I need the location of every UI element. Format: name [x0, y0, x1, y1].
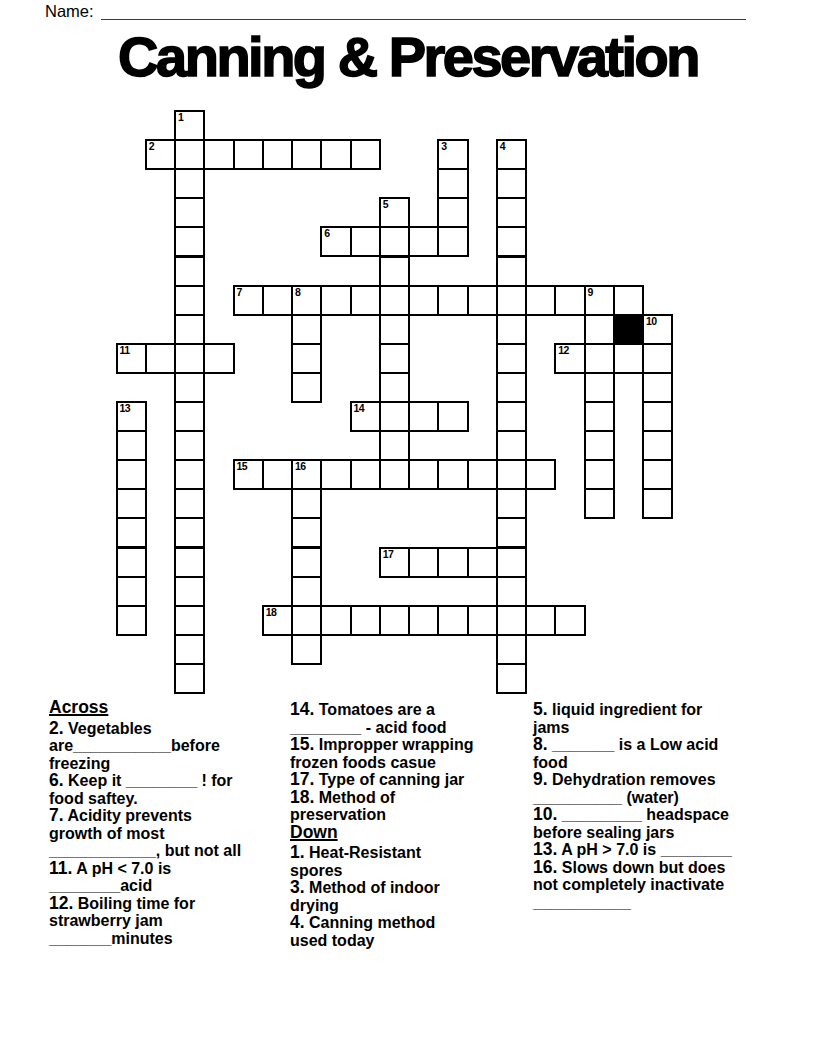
clue-number-label: 9.: [533, 769, 548, 789]
clue-down-3: 3. Method of indoordrying: [290, 879, 532, 914]
clue-number-label: 11.: [49, 858, 72, 878]
grid-cell[interactable]: [437, 605, 468, 636]
grid-cell[interactable]: [174, 197, 205, 228]
grid-cell[interactable]: [174, 459, 205, 490]
cell-number: 12: [558, 345, 569, 356]
clue-down-13: 13. A pH > 7.0 is ________: [533, 841, 775, 859]
grid-cell[interactable]: [379, 226, 410, 257]
grid-cell[interactable]: [496, 226, 527, 257]
grid-cell[interactable]: 6: [320, 226, 351, 257]
cell-number: 16: [295, 461, 306, 472]
grid-cell[interactable]: [320, 285, 351, 316]
grid-cell[interactable]: 7: [233, 285, 264, 316]
grid-cell[interactable]: [496, 401, 527, 432]
grid-cell[interactable]: [174, 285, 205, 316]
grid-cell[interactable]: 9: [584, 285, 615, 316]
grid-cell[interactable]: [642, 488, 673, 519]
grid-cell[interactable]: [174, 372, 205, 403]
grid-cell[interactable]: [174, 430, 205, 461]
grid-cell[interactable]: 3: [437, 139, 468, 170]
grid-cell[interactable]: [496, 168, 527, 199]
clue-across-18: 18. Method ofpreservation: [290, 789, 532, 824]
grid-cell[interactable]: [174, 226, 205, 257]
grid-cell[interactable]: [408, 226, 439, 257]
grid-cell[interactable]: [291, 605, 322, 636]
clue-down-9: 9. Dehydration removes__________ (water): [533, 771, 775, 806]
grid-cell[interactable]: [496, 343, 527, 374]
grid-cell[interactable]: [584, 430, 615, 461]
clue-across-6: 6. Keep it ________ ! forfood saftey.: [49, 772, 291, 807]
grid-cell[interactable]: 1: [174, 110, 205, 141]
grid-cell[interactable]: [496, 634, 527, 665]
grid-cell[interactable]: [437, 197, 468, 228]
clue-number-label: 5.: [533, 699, 548, 719]
grid-cell[interactable]: [584, 459, 615, 490]
grid-cell[interactable]: [233, 139, 264, 170]
grid-cell[interactable]: [291, 517, 322, 548]
name-label: Name:: [45, 2, 94, 20]
grid-cell[interactable]: [320, 139, 351, 170]
clue-number-label: 14.: [290, 699, 314, 719]
grid-cell[interactable]: [174, 314, 205, 345]
grid-cell[interactable]: [408, 547, 439, 578]
clue-down-1: 1. Heat-Resistantspores: [290, 844, 532, 879]
grid-cell[interactable]: 17: [379, 547, 410, 578]
grid-cell[interactable]: [262, 139, 293, 170]
grid-cell[interactable]: [203, 343, 234, 374]
grid-cell[interactable]: [437, 168, 468, 199]
grid-cell[interactable]: [613, 343, 644, 374]
grid-cell[interactable]: [174, 343, 205, 374]
grid-cell[interactable]: [408, 605, 439, 636]
clue-across-7: 7. Acidity preventsgrowth of most_______…: [49, 807, 291, 860]
grid-cell[interactable]: [584, 343, 615, 374]
grid-cell[interactable]: [554, 285, 585, 316]
grid-cell[interactable]: [584, 372, 615, 403]
grid-cell[interactable]: [116, 576, 147, 607]
grid-cell[interactable]: [262, 285, 293, 316]
grid-cell[interactable]: [320, 459, 351, 490]
grid-cell[interactable]: [584, 401, 615, 432]
grid-cell[interactable]: [174, 547, 205, 578]
cell-number: 5: [383, 199, 388, 210]
grid-cell[interactable]: [496, 314, 527, 345]
grid-cell[interactable]: 2: [145, 139, 176, 170]
grid-cell[interactable]: [496, 256, 527, 287]
cell-number: 17: [383, 549, 394, 560]
grid-cell[interactable]: [174, 139, 205, 170]
clue-number-label: 15.: [290, 734, 314, 754]
grid-cell[interactable]: [642, 430, 673, 461]
grid-cell[interactable]: 15: [233, 459, 264, 490]
grid-cell[interactable]: [350, 139, 381, 170]
grid-cell[interactable]: 5: [379, 197, 410, 228]
grid-cell[interactable]: 10: [642, 314, 673, 345]
grid-cell[interactable]: [203, 139, 234, 170]
grid-cell[interactable]: [408, 459, 439, 490]
clue-number-label: 2.: [49, 718, 64, 738]
cell-number: 6: [324, 228, 329, 239]
cell-number: 7: [237, 287, 242, 298]
grid-cell[interactable]: [379, 459, 410, 490]
grid-cell[interactable]: [379, 430, 410, 461]
grid-cell[interactable]: [467, 459, 498, 490]
cell-number: 11: [120, 345, 130, 356]
grid-cell[interactable]: [496, 488, 527, 519]
grid-cell[interactable]: 11: [116, 343, 147, 374]
grid-cell[interactable]: [350, 226, 381, 257]
clues-column-2: 14. Tomatoes are a________ - acid food15…: [290, 701, 532, 949]
cell-number: 4: [500, 141, 505, 152]
grid-cell[interactable]: [437, 226, 468, 257]
grid-cell[interactable]: [525, 459, 556, 490]
grid-cell[interactable]: [496, 605, 527, 636]
grid-cell[interactable]: [379, 285, 410, 316]
cell-number: 2: [149, 141, 154, 152]
grid-cell[interactable]: [116, 547, 147, 578]
grid-cell[interactable]: [145, 343, 176, 374]
grid-cell[interactable]: [350, 285, 381, 316]
cell-number: 14: [354, 403, 365, 414]
grid-cell[interactable]: [174, 168, 205, 199]
grid-cell[interactable]: [262, 459, 293, 490]
clue-down-8: 8. _______ is a Low acidfood: [533, 736, 775, 771]
grid-cell[interactable]: [379, 256, 410, 287]
grid-cell[interactable]: [174, 663, 205, 694]
clue-number-label: 7.: [49, 805, 64, 825]
clue-across-11: 11. A pH < 7.0 is________acid: [49, 860, 291, 895]
grid-cell[interactable]: 12: [554, 343, 585, 374]
grid-cell[interactable]: 18: [262, 605, 293, 636]
cell-number: 10: [646, 316, 657, 327]
grid-cell[interactable]: [291, 139, 322, 170]
grid-cell[interactable]: [379, 343, 410, 374]
clue-number-label: 10.: [533, 804, 557, 824]
grid-cell[interactable]: 14: [350, 401, 381, 432]
grid-cell[interactable]: [379, 605, 410, 636]
grid-cell[interactable]: [291, 488, 322, 519]
grid-cell[interactable]: [291, 314, 322, 345]
grid-cell[interactable]: [116, 459, 147, 490]
grid-cell[interactable]: [642, 401, 673, 432]
grid-cell[interactable]: [174, 488, 205, 519]
grid-cell[interactable]: [408, 401, 439, 432]
grid-cell[interactable]: [174, 576, 205, 607]
down-heading: Down: [290, 824, 532, 842]
grid-cell[interactable]: [291, 547, 322, 578]
cell-number: 1: [178, 112, 183, 123]
clue-down-4: 4. Canning methodused today: [290, 914, 532, 949]
grid-cell[interactable]: [496, 372, 527, 403]
grid-cell[interactable]: [116, 488, 147, 519]
grid-cell[interactable]: [642, 372, 673, 403]
grid-cell[interactable]: [467, 285, 498, 316]
grid-cell[interactable]: [174, 401, 205, 432]
clue-number-label: 6.: [49, 770, 64, 790]
grid-cell[interactable]: [467, 547, 498, 578]
across-heading: Across: [49, 699, 291, 717]
grid-cell[interactable]: [642, 343, 673, 374]
grid-cell[interactable]: [116, 517, 147, 548]
clue-number-label: 1.: [290, 842, 305, 862]
grid-cell[interactable]: [174, 517, 205, 548]
grid-cell[interactable]: [379, 372, 410, 403]
grid-cell[interactable]: [496, 459, 527, 490]
grid-cell[interactable]: [496, 430, 527, 461]
grid-cell[interactable]: [437, 547, 468, 578]
grid-cell[interactable]: [496, 517, 527, 548]
cell-number: 9: [588, 287, 593, 298]
grid-cell[interactable]: [496, 547, 527, 578]
clues-column-3: 5. liquid ingredient forjams8. _______ i…: [533, 701, 775, 911]
grid-cell[interactable]: [350, 459, 381, 490]
clue-across-2: 2. Vegetablesare___________beforefreezin…: [49, 720, 291, 773]
clue-across-12: 12. Boiling time forstrawberry jam______…: [49, 895, 291, 948]
grid-cell[interactable]: [291, 634, 322, 665]
name-row: Name:: [45, 2, 746, 20]
clue-down-10: 10. _________ headspacebefore sealing ja…: [533, 806, 775, 841]
grid-cell[interactable]: [554, 605, 585, 636]
grid-cell[interactable]: 4: [496, 139, 527, 170]
grid-cell[interactable]: [525, 605, 556, 636]
grid-cell[interactable]: [437, 285, 468, 316]
clue-across-14: 14. Tomatoes are a________ - acid food: [290, 701, 532, 736]
clue-down-16: 16. Slows down but doesnot completely in…: [533, 859, 775, 912]
grid-cell[interactable]: [496, 197, 527, 228]
grid-cell[interactable]: [116, 605, 147, 636]
clue-across-15: 15. Impropper wrappingfrozen foods casue: [290, 736, 532, 771]
grid-cell[interactable]: [525, 285, 556, 316]
grid-cell[interactable]: [116, 430, 147, 461]
cell-number: 8: [295, 287, 300, 298]
clue-number-label: 3.: [290, 877, 305, 897]
grid-cell[interactable]: [467, 605, 498, 636]
grid-cell[interactable]: [584, 314, 615, 345]
grid-cell[interactable]: [174, 605, 205, 636]
grid-cell[interactable]: [437, 401, 468, 432]
grid-cell[interactable]: [174, 256, 205, 287]
grid-cell[interactable]: [291, 372, 322, 403]
grid-cell[interactable]: [379, 401, 410, 432]
grid-cell[interactable]: 16: [291, 459, 322, 490]
grid-cell[interactable]: [174, 634, 205, 665]
clue-number-label: 12.: [49, 893, 73, 913]
grid-cell[interactable]: [584, 488, 615, 519]
cell-number: 18: [266, 607, 277, 618]
grid-cell[interactable]: [291, 343, 322, 374]
grid-cell[interactable]: [320, 605, 351, 636]
clue-number-label: 16.: [533, 857, 557, 877]
grid-cell[interactable]: [496, 663, 527, 694]
cell-number: 3: [441, 141, 446, 152]
clue-down-5: 5. liquid ingredient forjams: [533, 701, 775, 736]
grid-cell[interactable]: 8: [291, 285, 322, 316]
clues-column-1: Across2. Vegetablesare___________beforef…: [49, 699, 291, 947]
clue-number-label: 8.: [533, 734, 548, 754]
grid-cell[interactable]: [408, 285, 439, 316]
grid-cell[interactable]: [437, 459, 468, 490]
clue-across-17: 17. Type of canning jar: [290, 771, 532, 789]
grid-cell[interactable]: [642, 459, 673, 490]
grid-cell[interactable]: [291, 576, 322, 607]
clue-number-label: 4.: [290, 912, 305, 932]
name-fill-line[interactable]: [101, 3, 746, 20]
grid-cell[interactable]: [613, 285, 644, 316]
grid-cell[interactable]: [496, 285, 527, 316]
grid-cell[interactable]: [379, 314, 410, 345]
cell-number: 15: [237, 461, 248, 472]
cell-number: 13: [120, 403, 131, 414]
grid-cell[interactable]: 13: [116, 401, 147, 432]
grid-cell[interactable]: [350, 605, 381, 636]
puzzle-title: Canning & Preservation: [0, 27, 816, 87]
black-cell: [613, 314, 644, 345]
grid-cell[interactable]: [496, 576, 527, 607]
clue-number-label: 18.: [290, 787, 314, 807]
